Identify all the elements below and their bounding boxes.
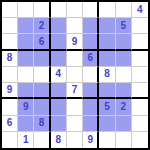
cell-r1c3[interactable] xyxy=(51,18,67,34)
cell-r5c0[interactable]: 9 xyxy=(2,83,18,99)
cell-r2c3[interactable] xyxy=(51,34,67,50)
cell-r3c6[interactable] xyxy=(99,51,115,67)
cell-r2c5[interactable] xyxy=(83,34,99,50)
cell-r0c7[interactable] xyxy=(116,2,132,18)
cell-r5c3[interactable] xyxy=(51,83,67,99)
cell-r8c1[interactable]: 1 xyxy=(18,132,34,148)
cell-r2c1[interactable] xyxy=(18,34,34,50)
cell-r7c4[interactable] xyxy=(67,116,83,132)
cell-r0c8[interactable]: 4 xyxy=(132,2,148,18)
cell-r6c3[interactable] xyxy=(51,99,67,115)
cell-r4c1[interactable] xyxy=(18,67,34,83)
cell-r0c4[interactable] xyxy=(67,2,83,18)
cell-r4c2[interactable] xyxy=(34,67,50,83)
cell-r1c1[interactable] xyxy=(18,18,34,34)
cell-r1c5[interactable] xyxy=(83,18,99,34)
cell-r0c5[interactable] xyxy=(83,2,99,18)
cell-r6c2[interactable] xyxy=(34,99,50,115)
cell-r8c4[interactable] xyxy=(67,132,83,148)
cell-r1c4[interactable] xyxy=(67,18,83,34)
cell-r0c2[interactable] xyxy=(34,2,50,18)
cell-r8c2[interactable] xyxy=(34,132,50,148)
cell-r6c4[interactable] xyxy=(67,99,83,115)
cell-r3c0[interactable]: 8 xyxy=(2,51,18,67)
cell-r1c7[interactable]: 5 xyxy=(116,18,132,34)
cell-r7c7[interactable] xyxy=(116,116,132,132)
cell-r5c4[interactable]: 7 xyxy=(67,83,83,99)
cell-r7c8[interactable] xyxy=(132,116,148,132)
cell-r6c6[interactable]: 5 xyxy=(99,99,115,115)
cell-r1c2[interactable]: 2 xyxy=(34,18,50,34)
cell-r7c3[interactable] xyxy=(51,116,67,132)
cell-r1c8[interactable] xyxy=(132,18,148,34)
cell-r5c2[interactable] xyxy=(34,83,50,99)
cell-r3c3[interactable] xyxy=(51,51,67,67)
cell-r2c7[interactable] xyxy=(116,34,132,50)
cell-r6c0[interactable] xyxy=(2,99,18,115)
cell-r3c5[interactable]: 6 xyxy=(83,51,99,67)
sudoku-board: 4256986489795268189 xyxy=(0,0,150,150)
cell-r0c1[interactable] xyxy=(18,2,34,18)
cell-r8c3[interactable]: 8 xyxy=(51,132,67,148)
cell-r6c1[interactable]: 9 xyxy=(18,99,34,115)
cell-r8c8[interactable] xyxy=(132,132,148,148)
cell-r1c6[interactable] xyxy=(99,18,115,34)
cell-r7c5[interactable] xyxy=(83,116,99,132)
cell-r7c6[interactable] xyxy=(99,116,115,132)
cell-r2c8[interactable] xyxy=(132,34,148,50)
cell-r4c6[interactable]: 8 xyxy=(99,67,115,83)
cell-r4c3[interactable]: 4 xyxy=(51,67,67,83)
cell-r4c8[interactable] xyxy=(132,67,148,83)
cell-r6c7[interactable]: 2 xyxy=(116,99,132,115)
cell-r6c5[interactable] xyxy=(83,99,99,115)
cell-r8c5[interactable]: 9 xyxy=(83,132,99,148)
cell-r4c0[interactable] xyxy=(2,67,18,83)
cell-r2c4[interactable]: 9 xyxy=(67,34,83,50)
cell-r8c6[interactable] xyxy=(99,132,115,148)
cell-r3c2[interactable] xyxy=(34,51,50,67)
cell-r5c1[interactable] xyxy=(18,83,34,99)
cell-r5c8[interactable] xyxy=(132,83,148,99)
cell-r4c7[interactable] xyxy=(116,67,132,83)
cell-r4c5[interactable] xyxy=(83,67,99,83)
cell-r3c8[interactable] xyxy=(132,51,148,67)
cell-r7c1[interactable] xyxy=(18,116,34,132)
cell-r5c5[interactable] xyxy=(83,83,99,99)
cell-r8c0[interactable] xyxy=(2,132,18,148)
cell-r3c7[interactable] xyxy=(116,51,132,67)
cell-r0c3[interactable] xyxy=(51,2,67,18)
cell-r3c4[interactable] xyxy=(67,51,83,67)
cell-r4c4[interactable] xyxy=(67,67,83,83)
cell-r7c2[interactable]: 8 xyxy=(34,116,50,132)
cell-r3c1[interactable] xyxy=(18,51,34,67)
cell-r5c7[interactable] xyxy=(116,83,132,99)
cell-r8c7[interactable] xyxy=(116,132,132,148)
cell-r6c8[interactable] xyxy=(132,99,148,115)
cell-r0c6[interactable] xyxy=(99,2,115,18)
cell-r1c0[interactable] xyxy=(2,18,18,34)
cell-r7c0[interactable]: 6 xyxy=(2,116,18,132)
cell-r2c0[interactable] xyxy=(2,34,18,50)
cell-r2c6[interactable] xyxy=(99,34,115,50)
cell-r0c0[interactable] xyxy=(2,2,18,18)
cell-r2c2[interactable]: 6 xyxy=(34,34,50,50)
cell-r5c6[interactable] xyxy=(99,83,115,99)
